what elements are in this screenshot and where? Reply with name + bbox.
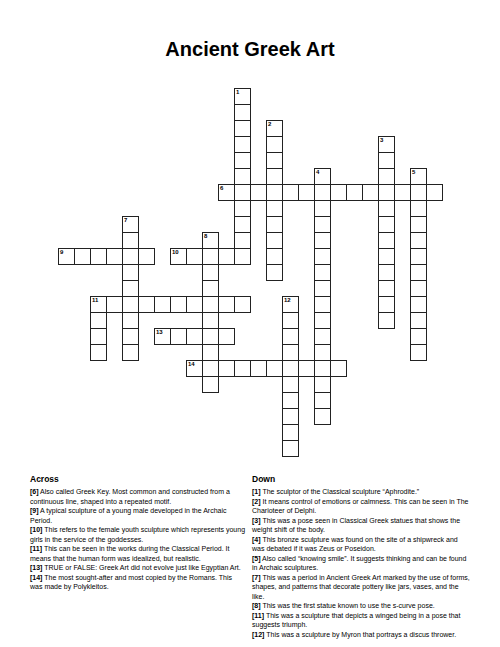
cell-r13c3[interactable] xyxy=(106,296,123,313)
cell-r3c11[interactable] xyxy=(234,136,251,153)
cell-r6c16[interactable] xyxy=(314,184,331,201)
down-clue-number-4: [4] xyxy=(252,536,261,543)
cell-number-6: 6 xyxy=(220,185,223,192)
cell-r10c0[interactable]: 9 xyxy=(58,248,75,265)
across-clue-6: [6] Also called Greek Key. Most common a… xyxy=(30,487,246,506)
cell-r6c12[interactable] xyxy=(250,184,267,201)
across-clue-number-14: [14] xyxy=(30,574,42,581)
cell-r13c16[interactable] xyxy=(314,296,331,313)
cell-r8c11[interactable] xyxy=(234,216,251,233)
cell-r14c2[interactable] xyxy=(90,312,107,329)
down-clue-5: [5] Also called “knowing smile”. It sugg… xyxy=(252,554,472,573)
cell-r17c17[interactable] xyxy=(330,360,347,377)
cell-r13c20[interactable] xyxy=(378,296,395,313)
cell-r14c22[interactable] xyxy=(410,312,427,329)
cell-r14c14[interactable] xyxy=(282,312,299,329)
cell-r12c20[interactable] xyxy=(378,280,395,297)
cell-r15c9[interactable] xyxy=(202,328,219,345)
cell-r15c10[interactable] xyxy=(218,328,235,345)
cell-r16c2[interactable] xyxy=(90,344,107,361)
cell-r6c21[interactable] xyxy=(394,184,411,201)
cell-r7c11[interactable] xyxy=(234,200,251,217)
cell-r9c4[interactable] xyxy=(122,232,139,249)
down-clue-number-11: [11] xyxy=(252,612,264,619)
cell-r9c13[interactable] xyxy=(266,232,283,249)
across-clue-11: [11] This can be seen in the works durin… xyxy=(30,544,246,563)
cell-r17c8[interactable]: 14 xyxy=(186,360,203,377)
cell-r6c15[interactable] xyxy=(298,184,315,201)
cell-r5c16[interactable]: 4 xyxy=(314,168,331,185)
across-clue-13: [13] TRUE or FALSE: Greek Art did not ev… xyxy=(30,563,246,573)
cell-r10c5[interactable] xyxy=(138,248,155,265)
cell-r13c22[interactable] xyxy=(410,296,427,313)
cell-r2c13[interactable]: 2 xyxy=(266,120,283,137)
cell-r13c10[interactable] xyxy=(218,296,235,313)
cell-r18c16[interactable] xyxy=(314,376,331,393)
cell-r16c22[interactable] xyxy=(410,344,427,361)
cell-r6c23[interactable] xyxy=(426,184,443,201)
cell-r8c20[interactable] xyxy=(378,216,395,233)
cell-r8c4[interactable]: 7 xyxy=(122,216,139,233)
cell-r15c7[interactable] xyxy=(170,328,187,345)
cell-r2c11[interactable] xyxy=(234,120,251,137)
cell-r17c10[interactable] xyxy=(218,360,235,377)
down-clue-8: [8] This was the first statue known to u… xyxy=(252,601,472,611)
cell-number-4: 4 xyxy=(316,169,319,176)
cell-r13c5[interactable] xyxy=(138,296,155,313)
cell-r5c11[interactable] xyxy=(234,168,251,185)
cell-r17c15[interactable] xyxy=(298,360,315,377)
cell-r12c22[interactable] xyxy=(410,280,427,297)
across-header: Across xyxy=(30,474,246,485)
cell-r20c14[interactable] xyxy=(282,408,299,425)
across-clue-number-6: [6] xyxy=(30,488,39,495)
cell-number-14: 14 xyxy=(188,361,195,368)
across-clue-number-9: [9] xyxy=(30,507,39,514)
across-clue-9: [9] A typical sculpture of a young male … xyxy=(30,506,246,525)
cell-r19c16[interactable] xyxy=(314,392,331,409)
down-clue-3: [3] This was a pose seen in Classical Gr… xyxy=(252,516,472,535)
crossword-grid: 1234567891011121314 xyxy=(58,88,443,457)
cell-r5c22[interactable]: 5 xyxy=(410,168,427,185)
cell-r12c16[interactable] xyxy=(314,280,331,297)
cell-r22c14[interactable] xyxy=(282,440,299,457)
cell-r13c8[interactable] xyxy=(186,296,203,313)
cell-r14c9[interactable] xyxy=(202,312,219,329)
cell-r4c20[interactable] xyxy=(378,152,395,169)
across-clue-14: [14] The most sought-after and most copi… xyxy=(30,573,246,592)
cell-r10c9[interactable] xyxy=(202,248,219,265)
cell-r7c22[interactable] xyxy=(410,200,427,217)
cell-r17c14[interactable] xyxy=(282,360,299,377)
cell-r1c11[interactable] xyxy=(234,104,251,121)
cell-r4c13[interactable] xyxy=(266,152,283,169)
cell-r16c16[interactable] xyxy=(314,344,331,361)
cell-number-8: 8 xyxy=(204,233,207,240)
cell-r10c1[interactable] xyxy=(74,248,91,265)
cell-r11c13[interactable] xyxy=(266,264,283,281)
cell-r12c4[interactable] xyxy=(122,280,139,297)
cell-r6c20[interactable] xyxy=(378,184,395,201)
cell-r10c7[interactable]: 10 xyxy=(170,248,187,265)
cell-number-7: 7 xyxy=(124,217,127,224)
cell-r8c16[interactable] xyxy=(314,216,331,233)
cell-r13c7[interactable] xyxy=(170,296,187,313)
down-clue-number-12: [12] xyxy=(252,631,264,638)
cell-r10c8[interactable] xyxy=(186,248,203,265)
cell-r17c11[interactable] xyxy=(234,360,251,377)
cell-r10c3[interactable] xyxy=(106,248,123,265)
cell-r6c14[interactable] xyxy=(282,184,299,201)
across-clues-column: Across [6] Also called Greek Key. Most c… xyxy=(30,474,246,592)
cell-r17c9[interactable] xyxy=(202,360,219,377)
cell-r11c9[interactable] xyxy=(202,264,219,281)
down-clue-7: [7] This was a period in Ancient Greek A… xyxy=(252,573,472,602)
across-clue-list: [6] Also called Greek Key. Most common a… xyxy=(30,487,246,592)
cell-r6c10[interactable]: 6 xyxy=(218,184,235,201)
cell-r6c11[interactable] xyxy=(234,184,251,201)
down-clue-12: [12] This was a sculpture by Myron that … xyxy=(252,630,472,640)
cell-number-10: 10 xyxy=(172,249,179,256)
cell-r11c4[interactable] xyxy=(122,264,139,281)
crossword-page: Ancient Greek Art 1234567891011121314 Ac… xyxy=(0,0,500,647)
down-clue-2: [2] It means control of emotions or calm… xyxy=(252,497,472,516)
cell-number-13: 13 xyxy=(156,329,163,336)
cell-number-1: 1 xyxy=(236,89,239,96)
cell-r19c14[interactable] xyxy=(282,392,299,409)
cell-r7c20[interactable] xyxy=(378,200,395,217)
cell-r15c14[interactable] xyxy=(282,328,299,345)
cell-r10c2[interactable] xyxy=(90,248,107,265)
cell-r6c17[interactable] xyxy=(330,184,347,201)
cell-r12c9[interactable] xyxy=(202,280,219,297)
cell-r15c8[interactable] xyxy=(186,328,203,345)
down-clue-number-7: [7] xyxy=(252,574,261,581)
cell-r0c11[interactable]: 1 xyxy=(234,88,251,105)
cell-r17c16[interactable] xyxy=(314,360,331,377)
cell-r11c20[interactable] xyxy=(378,264,395,281)
cell-number-9: 9 xyxy=(60,249,63,256)
cell-r17c13[interactable] xyxy=(266,360,283,377)
cell-r13c11[interactable] xyxy=(234,296,251,313)
down-clue-number-8: [8] xyxy=(252,602,261,609)
cell-r21c14[interactable] xyxy=(282,424,299,441)
cell-r7c16[interactable] xyxy=(314,200,331,217)
cell-r15c22[interactable] xyxy=(410,328,427,345)
cell-r5c20[interactable] xyxy=(378,168,395,185)
cell-r9c9[interactable]: 8 xyxy=(202,232,219,249)
cell-r15c6[interactable]: 13 xyxy=(154,328,171,345)
across-clue-number-13: [13] xyxy=(30,564,42,571)
down-clue-number-3: [3] xyxy=(252,517,261,524)
cell-number-2: 2 xyxy=(268,121,271,128)
cell-r18c14[interactable] xyxy=(282,376,299,393)
down-clues-column: Down [1] The sculptor of the Classical s… xyxy=(252,474,472,639)
cell-r11c16[interactable] xyxy=(314,264,331,281)
down-clue-number-2: [2] xyxy=(252,498,261,505)
down-clue-list: [1] The sculptor of the Classical sculpt… xyxy=(252,487,472,639)
down-clue-number-5: [5] xyxy=(252,555,261,562)
cell-r15c2[interactable] xyxy=(90,328,107,345)
cell-r9c16[interactable] xyxy=(314,232,331,249)
cell-r11c22[interactable] xyxy=(410,264,427,281)
down-clue-1: [1] The sculptor of the Classical sculpt… xyxy=(252,487,472,497)
cell-r9c20[interactable] xyxy=(378,232,395,249)
cell-r14c4[interactable] xyxy=(122,312,139,329)
cell-r13c9[interactable] xyxy=(202,296,219,313)
cell-r3c20[interactable]: 3 xyxy=(378,136,395,153)
cell-r20c16[interactable] xyxy=(314,408,331,425)
cell-r10c20[interactable] xyxy=(378,248,395,265)
cell-r13c2[interactable]: 11 xyxy=(90,296,107,313)
cell-r18c9[interactable] xyxy=(202,376,219,393)
cell-r8c22[interactable] xyxy=(410,216,427,233)
cell-number-5: 5 xyxy=(412,169,415,176)
cell-r10c11[interactable] xyxy=(234,248,251,265)
cell-r16c9[interactable] xyxy=(202,344,219,361)
cell-number-11: 11 xyxy=(92,297,98,304)
down-clue-number-1: [1] xyxy=(252,488,261,495)
cell-r6c18[interactable] xyxy=(346,184,363,201)
cell-r3c13[interactable] xyxy=(266,136,283,153)
across-clue-number-10: [10] xyxy=(30,526,42,533)
cell-r16c4[interactable] xyxy=(122,344,139,361)
cell-r16c14[interactable] xyxy=(282,344,299,361)
page-title: Ancient Greek Art xyxy=(0,38,500,61)
cell-r15c16[interactable] xyxy=(314,328,331,345)
cell-r10c4[interactable] xyxy=(122,248,139,265)
cell-r5c13[interactable] xyxy=(266,168,283,185)
cell-r13c4[interactable] xyxy=(122,296,139,313)
down-clue-4: [4] This bronze sculpture was found on t… xyxy=(252,535,472,554)
cell-r10c16[interactable] xyxy=(314,248,331,265)
cell-r4c11[interactable] xyxy=(234,152,251,169)
cell-r13c6[interactable] xyxy=(154,296,171,313)
cell-r10c13[interactable] xyxy=(266,248,283,265)
cell-r9c11[interactable] xyxy=(234,232,251,249)
down-clue-11: [11] This was a sculpture that depicts a… xyxy=(252,611,472,630)
cell-number-12: 12 xyxy=(284,297,291,304)
cell-r6c13[interactable] xyxy=(266,184,283,201)
across-clue-number-11: [11] xyxy=(30,545,42,552)
down-header: Down xyxy=(252,474,472,485)
cell-r9c22[interactable] xyxy=(410,232,427,249)
cell-number-3: 3 xyxy=(380,137,383,144)
across-clue-10: [10] This refers to the female youth scu… xyxy=(30,525,246,544)
cell-r14c16[interactable] xyxy=(314,312,331,329)
cell-r10c10[interactable] xyxy=(218,248,235,265)
cell-r6c19[interactable] xyxy=(362,184,379,201)
cell-r13c14[interactable]: 12 xyxy=(282,296,299,313)
cell-r14c20[interactable] xyxy=(378,312,395,329)
cell-r17c12[interactable] xyxy=(250,360,267,377)
cell-r8c13[interactable] xyxy=(266,216,283,233)
cell-r10c22[interactable] xyxy=(410,248,427,265)
cell-r15c4[interactable] xyxy=(122,328,139,345)
cell-r7c13[interactable] xyxy=(266,200,283,217)
cell-r6c22[interactable] xyxy=(410,184,427,201)
